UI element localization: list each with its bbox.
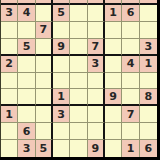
cell-r2c1[interactable] [1,22,18,39]
cell-value: 2 [5,58,13,69]
cell-r7c3[interactable] [36,106,53,123]
cell-r8c5[interactable] [70,123,87,140]
cell-r7c4[interactable]: 3 [53,106,70,123]
cell-r4c1[interactable]: 2 [1,56,18,73]
cell-value: 3 [92,58,100,69]
cell-r3c5[interactable] [70,39,87,56]
cell-r8c4[interactable] [53,123,70,140]
cell-r2c8[interactable] [122,22,139,39]
cell-r5c3[interactable] [36,73,53,90]
cell-r5c1[interactable] [1,73,18,90]
cell-r8c1[interactable] [1,123,18,140]
cell-r9c9[interactable]: 6 [140,140,157,157]
cell-value: 1 [109,7,117,18]
cell-r1c2[interactable]: 4 [18,5,35,22]
cell-r2c3[interactable]: 7 [36,22,53,39]
cell-r3c7[interactable] [105,39,122,56]
cell-value: 9 [109,91,117,102]
cell-value: 6 [145,143,153,154]
cell-r5c5[interactable] [70,73,87,90]
cell-value: 4 [127,58,135,69]
cell-r3c2[interactable]: 5 [18,39,35,56]
cell-value: 7 [92,41,100,52]
cell-r3c8[interactable] [122,39,139,56]
cell-value: 3 [5,7,13,18]
cell-r4c3[interactable] [36,56,53,73]
cell-value: 3 [23,143,31,154]
cell-r8c9[interactable] [140,123,157,140]
cell-value: 7 [40,24,48,35]
cell-r6c7[interactable]: 9 [105,89,122,106]
cell-r4c5[interactable] [70,56,87,73]
cell-r1c3[interactable] [36,5,53,22]
cell-r6c3[interactable] [36,89,53,106]
cell-r1c1[interactable]: 3 [1,5,18,22]
cell-r6c4[interactable]: 1 [53,89,70,106]
cell-r4c6[interactable]: 3 [88,56,105,73]
cell-r9c1[interactable] [1,140,18,157]
cell-r6c8[interactable] [122,89,139,106]
cell-value: 9 [57,41,65,52]
cell-r9c2[interactable]: 3 [18,140,35,157]
cell-value: 1 [145,58,153,69]
cell-r8c7[interactable] [105,123,122,140]
cell-value: 9 [92,143,100,154]
cell-r3c6[interactable]: 7 [88,39,105,56]
cell-r5c7[interactable] [105,73,122,90]
cell-value: 6 [23,126,31,137]
cell-r9c7[interactable] [105,140,122,157]
cell-r6c2[interactable] [18,89,35,106]
cell-r4c8[interactable]: 4 [122,56,139,73]
cell-value: 1 [127,143,135,154]
cell-r8c3[interactable] [36,123,53,140]
cell-r4c7[interactable] [105,56,122,73]
cell-value: 5 [23,41,31,52]
cell-value: 3 [57,109,65,120]
cell-r3c1[interactable] [1,39,18,56]
cell-r1c4[interactable]: 5 [53,5,70,22]
cell-value: 8 [145,91,153,102]
cell-r1c7[interactable]: 1 [105,5,122,22]
cell-value: 3 [145,41,153,52]
cell-r9c3[interactable]: 5 [36,140,53,157]
cell-r2c2[interactable] [18,22,35,39]
cell-r9c4[interactable] [53,140,70,157]
cell-r2c7[interactable] [105,22,122,39]
cell-r8c6[interactable] [88,123,105,140]
cell-value: 4 [23,7,31,18]
cell-r1c5[interactable] [70,5,87,22]
cell-r9c6[interactable]: 9 [88,140,105,157]
cell-r3c4[interactable]: 9 [53,39,70,56]
cell-value: 5 [40,143,48,154]
cell-r2c6[interactable] [88,22,105,39]
cell-r3c3[interactable] [36,39,53,56]
cell-r5c6[interactable] [88,73,105,90]
cell-r4c2[interactable] [18,56,35,73]
cell-r8c2[interactable]: 6 [18,123,35,140]
sudoku-screenshot: 34516759732341198137635916 [0,0,160,160]
cell-r7c1[interactable]: 1 [1,106,18,123]
cell-r7c2[interactable] [18,106,35,123]
cell-value: 7 [127,109,135,120]
cell-r4c9[interactable]: 1 [140,56,157,73]
cell-r5c4[interactable] [53,73,70,90]
cell-value: 1 [57,91,65,102]
cell-r6c9[interactable]: 8 [140,89,157,106]
cell-value: 6 [127,7,135,18]
cell-r9c5[interactable] [70,140,87,157]
cell-r5c8[interactable] [122,73,139,90]
cell-r6c1[interactable] [1,89,18,106]
cell-r7c9[interactable] [140,106,157,123]
cell-r5c9[interactable] [140,73,157,90]
cell-r1c9[interactable] [140,5,157,22]
cell-value: 1 [5,109,13,120]
cell-r6c6[interactable] [88,89,105,106]
cell-r1c8[interactable]: 6 [122,5,139,22]
cell-value: 5 [57,7,65,18]
cell-r7c7[interactable] [105,106,122,123]
cell-r9c8[interactable]: 1 [122,140,139,157]
cell-r1c6[interactable] [88,5,105,22]
cell-r7c6[interactable] [88,106,105,123]
cell-r2c5[interactable] [70,22,87,39]
cell-r7c8[interactable]: 7 [122,106,139,123]
cell-r2c4[interactable] [53,22,70,39]
cell-r6c5[interactable] [70,89,87,106]
sudoku-board: 34516759732341198137635916 [0,0,157,157]
cell-r2c9[interactable] [140,22,157,39]
cell-r3c9[interactable]: 3 [140,39,157,56]
cell-r7c5[interactable] [70,106,87,123]
cell-r4c4[interactable] [53,56,70,73]
cell-r5c2[interactable] [18,73,35,90]
cell-r8c8[interactable] [122,123,139,140]
